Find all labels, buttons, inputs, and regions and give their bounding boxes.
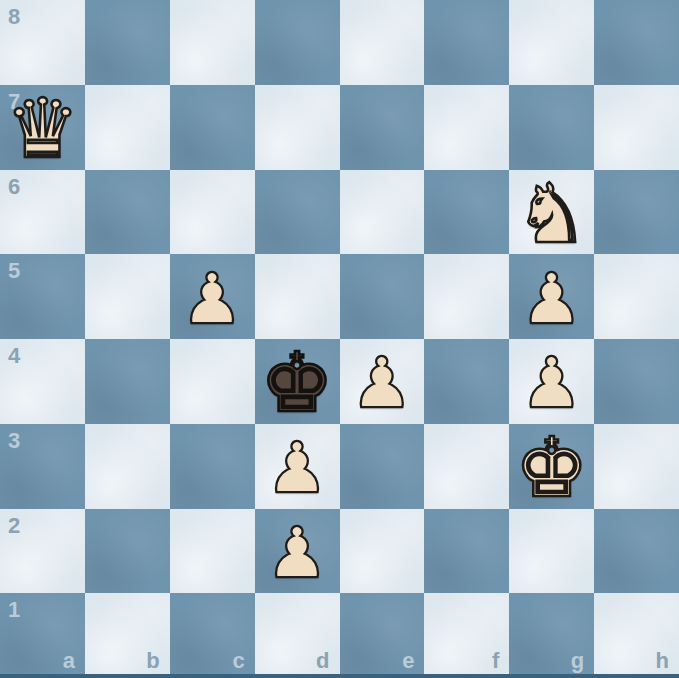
- square-h3[interactable]: [594, 424, 679, 509]
- rank-label-2: 2: [8, 515, 20, 537]
- white-pawn[interactable]: ♟: [509, 341, 594, 426]
- square-b8[interactable]: [85, 0, 170, 85]
- square-d4[interactable]: ♚: [255, 339, 340, 424]
- square-f2[interactable]: [424, 509, 509, 594]
- square-c4[interactable]: [170, 339, 255, 424]
- square-b1[interactable]: b: [85, 593, 170, 678]
- square-c2[interactable]: [170, 509, 255, 594]
- black-king[interactable]: ♚: [255, 341, 340, 426]
- square-g7[interactable]: [509, 85, 594, 170]
- square-c8[interactable]: [170, 0, 255, 85]
- white-pawn[interactable]: ♟: [255, 426, 340, 511]
- square-f7[interactable]: [424, 85, 509, 170]
- square-a7[interactable]: 7♛: [0, 85, 85, 170]
- square-a4[interactable]: 4: [0, 339, 85, 424]
- square-a2[interactable]: 2: [0, 509, 85, 594]
- square-e7[interactable]: [340, 85, 425, 170]
- square-f8[interactable]: [424, 0, 509, 85]
- file-label-b: b: [146, 650, 159, 672]
- square-d6[interactable]: [255, 170, 340, 255]
- square-b5[interactable]: [85, 254, 170, 339]
- square-g1[interactable]: g: [509, 593, 594, 678]
- square-d2[interactable]: ♟: [255, 509, 340, 594]
- square-b4[interactable]: [85, 339, 170, 424]
- file-label-h: h: [656, 650, 669, 672]
- square-e4[interactable]: ♟: [340, 339, 425, 424]
- file-label-d: d: [316, 650, 329, 672]
- square-e6[interactable]: [340, 170, 425, 255]
- square-e1[interactable]: e: [340, 593, 425, 678]
- square-h4[interactable]: [594, 339, 679, 424]
- file-label-g: g: [571, 650, 584, 672]
- file-label-e: e: [402, 650, 414, 672]
- square-c6[interactable]: [170, 170, 255, 255]
- square-g4[interactable]: ♟: [509, 339, 594, 424]
- white-pawn[interactable]: ♟: [340, 341, 425, 426]
- square-b7[interactable]: [85, 85, 170, 170]
- square-f4[interactable]: [424, 339, 509, 424]
- rank-label-8: 8: [8, 6, 20, 28]
- square-c7[interactable]: [170, 85, 255, 170]
- file-label-f: f: [492, 650, 499, 672]
- white-pawn[interactable]: ♟: [509, 256, 594, 341]
- square-h6[interactable]: [594, 170, 679, 255]
- rank-label-6: 6: [8, 176, 20, 198]
- rank-label-4: 4: [8, 345, 20, 367]
- square-c5[interactable]: ♟: [170, 254, 255, 339]
- square-a8[interactable]: 8: [0, 0, 85, 85]
- square-b6[interactable]: [85, 170, 170, 255]
- square-g8[interactable]: [509, 0, 594, 85]
- square-a5[interactable]: 5: [0, 254, 85, 339]
- file-label-a: a: [63, 650, 75, 672]
- chess-board: 87♛6♞5♟♟4♚♟♟3♟♚2♟1abcdefgh: [0, 0, 679, 678]
- square-d1[interactable]: d: [255, 593, 340, 678]
- square-d8[interactable]: [255, 0, 340, 85]
- square-d7[interactable]: [255, 85, 340, 170]
- board-bottom-edge: [0, 674, 679, 678]
- square-c1[interactable]: c: [170, 593, 255, 678]
- square-e3[interactable]: [340, 424, 425, 509]
- square-f6[interactable]: [424, 170, 509, 255]
- white-pawn[interactable]: ♟: [255, 511, 340, 596]
- square-h8[interactable]: [594, 0, 679, 85]
- square-h2[interactable]: [594, 509, 679, 594]
- white-knight[interactable]: ♞: [509, 172, 594, 257]
- square-h5[interactable]: [594, 254, 679, 339]
- rank-label-5: 5: [8, 260, 20, 282]
- square-g3[interactable]: ♚: [509, 424, 594, 509]
- square-g2[interactable]: [509, 509, 594, 594]
- square-c3[interactable]: [170, 424, 255, 509]
- square-b2[interactable]: [85, 509, 170, 594]
- square-g5[interactable]: ♟: [509, 254, 594, 339]
- square-e2[interactable]: [340, 509, 425, 594]
- square-e5[interactable]: [340, 254, 425, 339]
- square-a1[interactable]: 1a: [0, 593, 85, 678]
- square-g6[interactable]: ♞: [509, 170, 594, 255]
- white-pawn[interactable]: ♟: [170, 256, 255, 341]
- square-h7[interactable]: [594, 85, 679, 170]
- square-b3[interactable]: [85, 424, 170, 509]
- square-d5[interactable]: [255, 254, 340, 339]
- square-f1[interactable]: f: [424, 593, 509, 678]
- white-queen[interactable]: ♛: [0, 87, 85, 172]
- square-f5[interactable]: [424, 254, 509, 339]
- square-d3[interactable]: ♟: [255, 424, 340, 509]
- rank-label-1: 1: [8, 599, 20, 621]
- white-king[interactable]: ♚: [509, 426, 594, 511]
- square-h1[interactable]: h: [594, 593, 679, 678]
- square-e8[interactable]: [340, 0, 425, 85]
- square-a6[interactable]: 6: [0, 170, 85, 255]
- rank-label-3: 3: [8, 430, 20, 452]
- file-label-c: c: [232, 650, 244, 672]
- square-a3[interactable]: 3: [0, 424, 85, 509]
- square-f3[interactable]: [424, 424, 509, 509]
